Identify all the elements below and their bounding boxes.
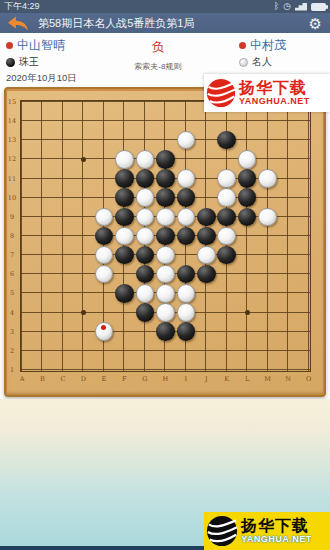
cell-N4[interactable] [278, 303, 298, 322]
cell-G2[interactable] [135, 341, 155, 360]
cell-G12[interactable] [135, 150, 155, 169]
cell-G4[interactable] [135, 303, 155, 322]
cell-O6[interactable] [298, 265, 318, 284]
black-stone-F7 [115, 246, 134, 265]
cell-G15[interactable] [135, 92, 155, 111]
cell-J13[interactable] [196, 131, 216, 150]
cell-J5[interactable] [196, 284, 216, 303]
cell-L4[interactable] [237, 303, 257, 322]
black-stone-L9 [238, 208, 257, 227]
cell-M10[interactable] [257, 188, 277, 207]
bluetooth-icon: ᛒ [274, 2, 279, 11]
cell-F7[interactable] [114, 246, 134, 265]
black-stone-I3 [177, 322, 196, 341]
cell-O2[interactable] [298, 341, 318, 360]
cell-O3[interactable] [298, 322, 318, 341]
white-stone-F12 [115, 150, 134, 169]
cell-M4[interactable] [257, 303, 277, 322]
cell-L8[interactable] [237, 226, 257, 245]
white-player-bullet-icon [239, 42, 246, 49]
cell-F8[interactable] [114, 226, 134, 245]
cell-B10[interactable] [32, 188, 52, 207]
cell-J10[interactable] [196, 188, 216, 207]
col-label-M: M [263, 375, 273, 383]
cell-C9[interactable] [53, 207, 73, 226]
black-stone-J8 [197, 227, 216, 246]
cell-G13[interactable] [135, 131, 155, 150]
cell-G14[interactable] [135, 112, 155, 131]
cell-J11[interactable] [196, 169, 216, 188]
cell-J4[interactable] [196, 303, 216, 322]
cell-N5[interactable] [278, 284, 298, 303]
cell-N2[interactable] [278, 341, 298, 360]
white-stone-I4 [177, 303, 196, 322]
cell-H8[interactable] [155, 226, 175, 245]
cell-I6[interactable] [176, 265, 196, 284]
match-date: 2020年10月10日 [6, 72, 77, 85]
cell-N14[interactable] [278, 112, 298, 131]
white-stone-G8 [136, 227, 155, 246]
cell-K3[interactable] [216, 322, 236, 341]
signal-icon [295, 3, 307, 11]
cell-K11[interactable] [216, 169, 236, 188]
white-stone-E6 [95, 265, 114, 284]
white-stone-G12 [136, 150, 155, 169]
cell-D10[interactable] [73, 188, 93, 207]
cell-K2[interactable] [216, 341, 236, 360]
status-bar: 下午4:29 ᛒ ◷ [0, 0, 330, 13]
cell-F13[interactable] [114, 131, 134, 150]
cell-B5[interactable] [32, 284, 52, 303]
back-button[interactable] [6, 14, 32, 32]
cell-B7[interactable] [32, 246, 52, 265]
cell-F11[interactable] [114, 169, 134, 188]
cell-J12[interactable] [196, 150, 216, 169]
cell-J3[interactable] [196, 322, 216, 341]
cell-G7[interactable] [135, 246, 155, 265]
title-bar: 第58期日本名人战5番胜负第1局 ⚙ [0, 13, 330, 33]
alarm-icon: ◷ [283, 2, 291, 11]
cell-K6[interactable] [216, 265, 236, 284]
watermark-top-en: YANGHUA.NET [239, 97, 310, 106]
black-stone-F11 [115, 169, 134, 188]
cell-G11[interactable] [135, 169, 155, 188]
row-label-8: 8 [6, 232, 18, 240]
cell-F6[interactable] [114, 265, 134, 284]
cell-D6[interactable] [73, 265, 93, 284]
black-stone-H3 [156, 322, 175, 341]
white-stone-K11 [217, 169, 236, 188]
cell-M14[interactable] [257, 112, 277, 131]
cell-F12[interactable] [114, 150, 134, 169]
cell-I11[interactable] [176, 169, 196, 188]
black-stone-G6 [136, 265, 155, 284]
cell-H12[interactable] [155, 150, 175, 169]
cell-L5[interactable] [237, 284, 257, 303]
cell-G5[interactable] [135, 284, 155, 303]
cell-B11[interactable] [32, 169, 52, 188]
cell-G6[interactable] [135, 265, 155, 284]
cell-B14[interactable] [32, 112, 52, 131]
star-point-D12 [81, 157, 86, 162]
cell-M2[interactable] [257, 341, 277, 360]
cell-N11[interactable] [278, 169, 298, 188]
clock-text: 下午4:29 [4, 0, 40, 13]
cell-D4[interactable] [73, 303, 93, 322]
cell-I2[interactable] [176, 341, 196, 360]
cell-M9[interactable] [257, 207, 277, 226]
cell-E4[interactable] [94, 303, 114, 322]
cell-E5[interactable] [94, 284, 114, 303]
white-stone-L12 [238, 150, 257, 169]
cell-L12[interactable] [237, 150, 257, 169]
row-label-1: 1 [6, 366, 18, 374]
cell-J6[interactable] [196, 265, 216, 284]
white-stone-H6 [156, 265, 175, 284]
white-player-block: 中村茂 名人 [239, 37, 286, 79]
white-stone-G10 [136, 188, 155, 207]
cell-C5[interactable] [53, 284, 73, 303]
white-stone-I13 [177, 131, 196, 150]
cell-H7[interactable] [155, 246, 175, 265]
cell-N6[interactable] [278, 265, 298, 284]
black-stone-G4 [136, 303, 155, 322]
col-label-J: J [201, 375, 211, 383]
cell-L2[interactable] [237, 341, 257, 360]
cell-B2[interactable] [32, 341, 52, 360]
cell-C2[interactable] [53, 341, 73, 360]
cell-F9[interactable] [114, 207, 134, 226]
black-stone-I8 [177, 227, 196, 246]
col-label-H: H [160, 375, 170, 383]
cell-H4[interactable] [155, 303, 175, 322]
cell-E12[interactable] [94, 150, 114, 169]
cell-L11[interactable] [237, 169, 257, 188]
cell-H5[interactable] [155, 284, 175, 303]
cell-O5[interactable] [298, 284, 318, 303]
cell-J2[interactable] [196, 341, 216, 360]
cell-C11[interactable] [53, 169, 73, 188]
white-stone-M9 [258, 208, 277, 227]
cell-L10[interactable] [237, 188, 257, 207]
cell-N13[interactable] [278, 131, 298, 150]
cell-F2[interactable] [114, 341, 134, 360]
star-point-D4 [81, 310, 86, 315]
cell-I5[interactable] [176, 284, 196, 303]
cell-D14[interactable] [73, 112, 93, 131]
row-label-15: 15 [6, 98, 18, 106]
cell-O10[interactable] [298, 188, 318, 207]
cell-N10[interactable] [278, 188, 298, 207]
renju-board[interactable]: ABCDEFGHIJKLMNO151413121110987654321 [4, 87, 326, 397]
cell-F5[interactable] [114, 284, 134, 303]
row-label-6: 6 [6, 270, 18, 278]
white-stone-K8 [217, 227, 236, 246]
black-stone-I6 [177, 265, 196, 284]
cell-I13[interactable] [176, 131, 196, 150]
cell-B3[interactable] [32, 322, 52, 341]
black-stone-E8 [95, 227, 114, 246]
globe-logo-icon [206, 515, 238, 547]
cell-D8[interactable] [73, 226, 93, 245]
cell-O11[interactable] [298, 169, 318, 188]
cell-H9[interactable] [155, 207, 175, 226]
white-player-name: 中村茂 [250, 37, 286, 54]
cell-B9[interactable] [32, 207, 52, 226]
cell-C15[interactable] [53, 92, 73, 111]
white-stone-G9 [136, 208, 155, 227]
cell-M6[interactable] [257, 265, 277, 284]
cell-E11[interactable] [94, 169, 114, 188]
cell-H14[interactable] [155, 112, 175, 131]
white-stone-J7 [197, 246, 216, 265]
cell-M3[interactable] [257, 322, 277, 341]
cell-C3[interactable] [53, 322, 73, 341]
white-stone-F8 [115, 227, 134, 246]
col-label-C: C [58, 375, 68, 383]
cell-K12[interactable] [216, 150, 236, 169]
cell-H6[interactable] [155, 265, 175, 284]
cell-M7[interactable] [257, 246, 277, 265]
cell-E6[interactable] [94, 265, 114, 284]
col-label-I: I [181, 375, 191, 383]
cell-I9[interactable] [176, 207, 196, 226]
white-stone-H9 [156, 208, 175, 227]
cell-E3[interactable] [94, 322, 114, 341]
cell-I4[interactable] [176, 303, 196, 322]
cell-B4[interactable] [32, 303, 52, 322]
back-arrow-icon [6, 15, 30, 32]
cell-K14[interactable] [216, 112, 236, 131]
cell-G3[interactable] [135, 322, 155, 341]
cell-E15[interactable] [94, 92, 114, 111]
row-label-9: 9 [6, 213, 18, 221]
col-label-L: L [242, 375, 252, 383]
cell-C13[interactable] [53, 131, 73, 150]
white-stone-I5 [177, 284, 196, 303]
white-stone-E7 [95, 246, 114, 265]
black-stone-F10 [115, 188, 134, 207]
white-stone-icon [239, 58, 248, 67]
row-label-5: 5 [6, 289, 18, 297]
cell-N3[interactable] [278, 322, 298, 341]
cell-J7[interactable] [196, 246, 216, 265]
cell-L6[interactable] [237, 265, 257, 284]
cell-L13[interactable] [237, 131, 257, 150]
cell-C10[interactable] [53, 188, 73, 207]
cell-L7[interactable] [237, 246, 257, 265]
match-info-panel: 中山智晴 珠王 2020年10月10日 负 索索夫-8规则 中村茂 名人 [0, 33, 330, 79]
watermark-top: 扬华下载 YANGHUA.NET [204, 74, 330, 112]
cell-G9[interactable] [135, 207, 155, 226]
watermark-bottom: 扬华下载 YANGHUA.NET [204, 512, 330, 550]
cell-I15[interactable] [176, 92, 196, 111]
white-stone-H7 [156, 246, 175, 265]
white-stone-E9 [95, 208, 114, 227]
cell-C4[interactable] [53, 303, 73, 322]
cell-K7[interactable] [216, 246, 236, 265]
cell-K13[interactable] [216, 131, 236, 150]
cell-H2[interactable] [155, 341, 175, 360]
cell-F10[interactable] [114, 188, 134, 207]
black-stone-K13 [217, 131, 236, 150]
row-label-11: 11 [6, 175, 18, 183]
black-player-title: 珠王 [19, 55, 39, 69]
cell-M5[interactable] [257, 284, 277, 303]
cell-F4[interactable] [114, 303, 134, 322]
cell-O14[interactable] [298, 112, 318, 131]
row-label-3: 3 [6, 328, 18, 336]
white-player-title: 名人 [252, 55, 272, 69]
cell-E7[interactable] [94, 246, 114, 265]
cell-C12[interactable] [53, 150, 73, 169]
black-player-block: 中山智晴 珠王 2020年10月10日 [6, 37, 77, 79]
cell-J8[interactable] [196, 226, 216, 245]
cell-H15[interactable] [155, 92, 175, 111]
cell-I3[interactable] [176, 322, 196, 341]
cell-H3[interactable] [155, 322, 175, 341]
cell-E10[interactable] [94, 188, 114, 207]
cell-E14[interactable] [94, 112, 114, 131]
row-label-12: 12 [6, 155, 18, 163]
cell-O13[interactable] [298, 131, 318, 150]
white-stone-H5 [156, 284, 175, 303]
white-stone-H4 [156, 303, 175, 322]
white-stone-I9 [177, 208, 196, 227]
cell-O7[interactable] [298, 246, 318, 265]
cell-L3[interactable] [237, 322, 257, 341]
row-label-2: 2 [6, 347, 18, 355]
black-stone-L11 [238, 169, 257, 188]
black-stone-H12 [156, 150, 175, 169]
cell-H10[interactable] [155, 188, 175, 207]
cell-D2[interactable] [73, 341, 93, 360]
row-label-7: 7 [6, 251, 18, 259]
white-stone-E3 [95, 322, 114, 341]
cell-M11[interactable] [257, 169, 277, 188]
cell-O9[interactable] [298, 207, 318, 226]
cell-M13[interactable] [257, 131, 277, 150]
cell-N12[interactable] [278, 150, 298, 169]
cell-G8[interactable] [135, 226, 155, 245]
cell-E13[interactable] [94, 131, 114, 150]
cell-N9[interactable] [278, 207, 298, 226]
cell-O12[interactable] [298, 150, 318, 169]
cell-D7[interactable] [73, 246, 93, 265]
cell-I7[interactable] [176, 246, 196, 265]
row-label-14: 14 [6, 117, 18, 125]
white-stone-M11 [258, 169, 277, 188]
cell-F14[interactable] [114, 112, 134, 131]
cell-D5[interactable] [73, 284, 93, 303]
col-label-K: K [222, 375, 232, 383]
cell-E9[interactable] [94, 207, 114, 226]
black-stone-F9 [115, 208, 134, 227]
board-grid [12, 92, 319, 379]
cell-J14[interactable] [196, 112, 216, 131]
cell-D9[interactable] [73, 207, 93, 226]
cell-K5[interactable] [216, 284, 236, 303]
cell-H11[interactable] [155, 169, 175, 188]
black-stone-K9 [217, 208, 236, 227]
cell-E8[interactable] [94, 226, 114, 245]
cell-F3[interactable] [114, 322, 134, 341]
rule-text: 索索夫-8规则 [134, 61, 181, 72]
watermark-bottom-en: YANGHUA.NET [241, 535, 312, 544]
cell-K4[interactable] [216, 303, 236, 322]
cell-M8[interactable] [257, 226, 277, 245]
cell-H13[interactable] [155, 131, 175, 150]
cell-I12[interactable] [176, 150, 196, 169]
white-stone-K10 [217, 188, 236, 207]
cell-C7[interactable] [53, 246, 73, 265]
cell-I10[interactable] [176, 188, 196, 207]
black-stone-icon [6, 58, 15, 67]
cell-J9[interactable] [196, 207, 216, 226]
col-label-B: B [37, 375, 47, 383]
black-player-name: 中山智晴 [17, 37, 65, 54]
cell-B15[interactable] [32, 92, 52, 111]
cell-B6[interactable] [32, 265, 52, 284]
cell-B12[interactable] [32, 150, 52, 169]
col-label-F: F [119, 375, 129, 383]
cell-C6[interactable] [53, 265, 73, 284]
black-stone-G11 [136, 169, 155, 188]
cell-D11[interactable] [73, 169, 93, 188]
black-stone-K7 [217, 246, 236, 265]
cell-C14[interactable] [53, 112, 73, 131]
page-title: 第58期日本名人战5番胜负第1局 [38, 16, 309, 31]
col-label-A: A [17, 375, 27, 383]
row-label-4: 4 [6, 309, 18, 317]
cell-D15[interactable] [73, 92, 93, 111]
black-stone-L10 [238, 188, 257, 207]
white-stone-G5 [136, 284, 155, 303]
cell-M12[interactable] [257, 150, 277, 169]
settings-button[interactable]: ⚙ [309, 16, 322, 31]
cell-L9[interactable] [237, 207, 257, 226]
cell-K8[interactable] [216, 226, 236, 245]
battery-icon [311, 3, 326, 11]
col-label-N: N [283, 375, 293, 383]
black-player-bullet-icon [6, 42, 13, 49]
black-stone-F5 [115, 284, 134, 303]
cell-D3[interactable] [73, 322, 93, 341]
black-stone-J6 [197, 265, 216, 284]
row-label-13: 13 [6, 136, 18, 144]
cell-I8[interactable] [176, 226, 196, 245]
cell-K10[interactable] [216, 188, 236, 207]
cell-I14[interactable] [176, 112, 196, 131]
black-stone-J9 [197, 208, 216, 227]
cell-O4[interactable] [298, 303, 318, 322]
cell-L14[interactable] [237, 112, 257, 131]
cell-O8[interactable] [298, 226, 318, 245]
cell-N8[interactable] [278, 226, 298, 245]
cell-D13[interactable] [73, 131, 93, 150]
cell-C8[interactable] [53, 226, 73, 245]
cell-F15[interactable] [114, 92, 134, 111]
col-label-G: G [140, 375, 150, 383]
cell-G10[interactable] [135, 188, 155, 207]
cell-K9[interactable] [216, 207, 236, 226]
cell-E2[interactable] [94, 341, 114, 360]
cell-D12[interactable] [73, 150, 93, 169]
cell-B8[interactable] [32, 226, 52, 245]
watermark-bottom-cn: 扬华下载 [241, 518, 312, 534]
cell-B13[interactable] [32, 131, 52, 150]
cell-N7[interactable] [278, 246, 298, 265]
